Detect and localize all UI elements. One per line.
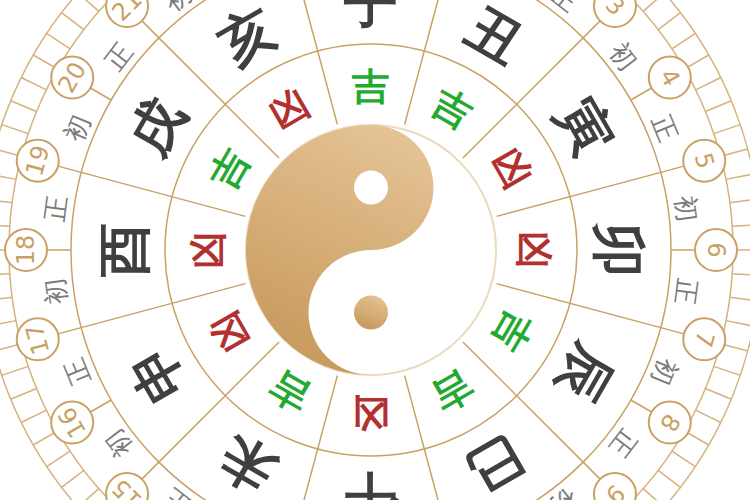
half-hour-label: 初 (39, 277, 72, 307)
branch-shen: 申 (116, 334, 198, 412)
tick (0, 224, 10, 226)
branch-mao: 卯 (587, 222, 650, 277)
branch-hai: 亥 (208, 0, 287, 77)
tick (658, 470, 680, 487)
tick (2, 125, 29, 134)
tick (47, 33, 70, 49)
zodiac-fortune-wheel: 正初正初正初正初正初正初正初正初345678915161718192021子吉丑… (0, 0, 750, 500)
tick (62, 13, 84, 30)
yinyang-white-eye (354, 171, 388, 205)
tick (705, 389, 731, 400)
half-hour-label: 正 (99, 37, 139, 76)
yinyang-gold-eye (354, 296, 388, 330)
hour-spoke (661, 166, 684, 172)
half-hour-label: 初 (158, 0, 197, 18)
branch-yin: 寅 (544, 87, 626, 165)
tick (714, 366, 741, 375)
hour-spoke (661, 328, 684, 334)
tick (714, 125, 741, 134)
hour-spoke (58, 166, 81, 172)
tick (672, 33, 695, 49)
tick (672, 451, 695, 467)
hour-spoke (583, 21, 600, 38)
tick (643, 489, 664, 500)
luck-xu: 吉 (201, 141, 259, 197)
luck-you: 凶 (186, 231, 230, 269)
half-hour-label: 正 (646, 111, 684, 147)
luck-zi: 吉 (351, 65, 390, 109)
tick (11, 389, 37, 400)
tick (732, 274, 750, 276)
tick (78, 489, 99, 500)
half-hour-label: 正 (158, 482, 197, 500)
luck-wu: 凶 (352, 391, 390, 435)
tick (62, 470, 84, 487)
wheel-canvas: 正初正初正初正初正初正初正初正初345678915161718192021子吉丑… (0, 0, 750, 500)
half-hour-label: 初 (646, 354, 684, 390)
branch-you: 酉 (93, 223, 156, 278)
hour-number: 18 (12, 235, 40, 266)
hour-spoke (58, 328, 81, 334)
hour-spoke (631, 88, 652, 100)
tick (730, 199, 750, 203)
tick (2, 366, 29, 375)
half-hour-label: 正 (670, 277, 703, 307)
branch-wu: 午 (344, 466, 400, 500)
half-hour-label: 正 (39, 194, 72, 224)
tick (730, 297, 750, 301)
luck-hai: 凶 (262, 80, 317, 137)
half-hour-label: 正 (545, 0, 584, 18)
luck-shen: 凶 (201, 304, 258, 359)
tick (705, 101, 731, 112)
luck-chou: 吉 (424, 80, 480, 138)
branch-wei: 未 (208, 423, 287, 500)
hour-spoke (142, 21, 159, 38)
tick (696, 410, 721, 422)
tick (726, 174, 750, 179)
half-hour-label: 初 (545, 482, 584, 500)
tick (732, 224, 750, 226)
tick (726, 321, 750, 326)
tick (0, 297, 12, 301)
branch-xu: 戌 (116, 87, 198, 166)
luck-yin: 凶 (484, 141, 541, 196)
tick (21, 78, 46, 90)
tick (658, 13, 680, 30)
tick (0, 274, 10, 276)
half-hour-label: 正 (603, 424, 643, 463)
hour-spoke (583, 462, 600, 479)
half-hour-label: 初 (99, 424, 139, 463)
tick (0, 199, 12, 203)
hour-spoke (631, 400, 652, 412)
tick (78, 0, 99, 11)
tick (11, 101, 37, 112)
tick (0, 321, 16, 326)
branch-si: 巳 (455, 423, 533, 500)
hour-number: 6 (702, 242, 730, 257)
branch-chen: 辰 (544, 334, 626, 413)
hour-spoke (90, 88, 111, 100)
half-hour-label: 正 (58, 354, 96, 390)
branch-chou: 丑 (455, 0, 533, 77)
tick (47, 451, 70, 467)
luck-mao: 凶 (512, 231, 556, 269)
luck-chen: 吉 (484, 303, 542, 359)
tick (0, 174, 16, 179)
tick (696, 78, 721, 90)
tick (643, 0, 664, 11)
hour-spoke (90, 400, 111, 412)
luck-wei: 吉 (262, 363, 318, 421)
half-hour-label: 初 (58, 111, 96, 147)
half-hour-label: 初 (670, 194, 703, 224)
tick (21, 410, 46, 422)
half-hour-label: 初 (603, 37, 643, 76)
branch-zi: 子 (343, 0, 398, 35)
luck-si: 吉 (425, 362, 481, 420)
hour-spoke (142, 462, 159, 479)
